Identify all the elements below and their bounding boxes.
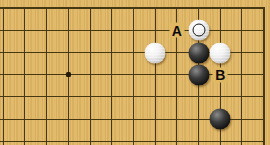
grid-line-v: [263, 19, 265, 41]
grid-line-v: [241, 42, 242, 64]
intersection-O18[interactable]: [144, 19, 166, 41]
grid-line-v: [3, 130, 4, 145]
intersection-Q17[interactable]: [188, 42, 210, 64]
star-point-K16: [66, 72, 71, 77]
grid-line-v: [198, 7, 199, 19]
grid-line-v: [133, 86, 134, 108]
intersection-P14[interactable]: [166, 108, 188, 130]
intersection-M14[interactable]: [101, 108, 123, 130]
grid-line-v: [46, 86, 47, 108]
grid-line-v: [46, 64, 47, 86]
intersection-T17[interactable]: [253, 42, 270, 64]
grid-line-v: [24, 64, 25, 86]
intersection-Q18[interactable]: [188, 19, 210, 41]
black-stone-R14: [210, 109, 231, 130]
grid-line-v: [24, 108, 25, 130]
grid-line-v: [46, 130, 47, 145]
grid-line-v: [220, 130, 221, 145]
intersection-L14[interactable]: [79, 108, 101, 130]
grid-line-v: [111, 42, 112, 64]
grid-line-v: [90, 108, 91, 130]
grid-line-v: [220, 19, 221, 41]
intersection-N15[interactable]: [123, 86, 145, 108]
intersection-H13[interactable]: [14, 130, 36, 145]
intersection-Q13[interactable]: [188, 130, 210, 145]
grid-line-v: [111, 19, 112, 41]
grid-line-v: [68, 7, 69, 19]
intersection-L19[interactable]: [79, 0, 101, 19]
grid-line-v: [90, 130, 91, 145]
intersection-K15[interactable]: [58, 86, 80, 108]
grid-line-v: [263, 130, 265, 145]
intersection-O16[interactable]: [144, 64, 166, 86]
intersection-M18[interactable]: [101, 19, 123, 41]
intersection-G15[interactable]: [0, 86, 14, 108]
grid-line-v: [263, 42, 265, 64]
grid-line-v: [263, 86, 265, 108]
grid-line-v: [176, 86, 177, 108]
grid-line-v: [46, 108, 47, 130]
grid-line-v: [155, 108, 156, 130]
intersection-M15[interactable]: [101, 86, 123, 108]
grid-line-v: [155, 19, 156, 41]
intersection-Q14[interactable]: [188, 108, 210, 130]
intersection-S15[interactable]: [231, 86, 253, 108]
intersection-R15[interactable]: [209, 86, 231, 108]
point-label-A: A: [169, 23, 184, 38]
black-stone-Q17: [188, 42, 209, 63]
grid-line-v: [68, 130, 69, 145]
intersection-S14[interactable]: [231, 108, 253, 130]
go-board: AB: [0, 0, 270, 145]
intersection-L13[interactable]: [79, 130, 101, 145]
intersection-M17[interactable]: [101, 42, 123, 64]
grid-line-v: [3, 42, 4, 64]
circle-marker-icon: [192, 24, 205, 37]
intersection-O15[interactable]: [144, 86, 166, 108]
intersection-G13[interactable]: [0, 130, 14, 145]
grid-line-v: [111, 130, 112, 145]
intersection-G19[interactable]: [0, 0, 14, 19]
intersection-R13[interactable]: [209, 130, 231, 145]
intersection-K19[interactable]: [58, 0, 80, 19]
intersection-P17[interactable]: [166, 42, 188, 64]
grid-line-v: [46, 42, 47, 64]
grid-line-v: [133, 42, 134, 64]
intersection-L15[interactable]: [79, 86, 101, 108]
grid-line-v: [241, 108, 242, 130]
grid-line-v: [24, 86, 25, 108]
intersection-N14[interactable]: [123, 108, 145, 130]
intersection-O17[interactable]: [144, 42, 166, 64]
intersection-K16[interactable]: [58, 64, 80, 86]
white-stone-Q18: [188, 20, 209, 41]
grid-line-v: [111, 64, 112, 86]
grid-line-v: [133, 64, 134, 86]
intersection-J13[interactable]: [36, 130, 58, 145]
intersection-N17[interactable]: [123, 42, 145, 64]
intersection-J19[interactable]: [36, 0, 58, 19]
grid-line-v: [3, 64, 4, 86]
grid-line-v: [3, 108, 4, 130]
intersection-T18[interactable]: [253, 19, 270, 41]
grid-line-v: [198, 86, 199, 108]
intersection-J18[interactable]: [36, 19, 58, 41]
intersection-S18[interactable]: [231, 19, 253, 41]
grid-line-v: [155, 7, 156, 19]
intersection-R18[interactable]: [209, 19, 231, 41]
grid-line-v: [241, 86, 242, 108]
grid-line-v: [111, 86, 112, 108]
intersection-T14[interactable]: [253, 108, 270, 130]
intersection-R19[interactable]: [209, 0, 231, 19]
grid-line-v: [46, 7, 47, 19]
grid-line-v: [68, 108, 69, 130]
grid-line-v: [68, 42, 69, 64]
intersection-R14[interactable]: [209, 108, 231, 130]
grid-line-v: [176, 7, 177, 19]
grid-line-v: [90, 19, 91, 41]
intersection-H18[interactable]: [14, 19, 36, 41]
grid-line-v: [90, 7, 91, 19]
grid-line-v: [241, 7, 242, 19]
grid-line-v: [220, 7, 221, 19]
intersection-H14[interactable]: [14, 108, 36, 130]
intersection-H19[interactable]: [14, 0, 36, 19]
intersection-Q16[interactable]: [188, 64, 210, 86]
intersection-S19[interactable]: [231, 0, 253, 19]
intersection-T13[interactable]: [253, 130, 270, 145]
intersection-T15[interactable]: [253, 86, 270, 108]
white-stone-R17: [210, 42, 231, 63]
intersection-N13[interactable]: [123, 130, 145, 145]
intersection-J14[interactable]: [36, 108, 58, 130]
intersection-R16[interactable]: B: [209, 64, 231, 86]
grid-line-v: [90, 42, 91, 64]
intersection-Q15[interactable]: [188, 86, 210, 108]
intersection-N16[interactable]: [123, 64, 145, 86]
intersection-G18[interactable]: [0, 19, 14, 41]
grid-line-v: [111, 108, 112, 130]
intersection-K17[interactable]: [58, 42, 80, 64]
grid-line-v: [220, 86, 221, 108]
grid-line-v: [133, 19, 134, 41]
grid-line-v: [155, 64, 156, 86]
intersection-P16[interactable]: [166, 64, 188, 86]
intersection-O14[interactable]: [144, 108, 166, 130]
grid-line-v: [46, 19, 47, 41]
grid-line-v: [90, 86, 91, 108]
grid-line-v: [155, 130, 156, 145]
white-stone-O17: [145, 42, 166, 63]
intersection-T19[interactable]: [253, 0, 270, 19]
intersection-P19[interactable]: [166, 0, 188, 19]
go-board-grid: AB: [0, 0, 270, 145]
grid-line-v: [111, 7, 112, 19]
grid-line-v: [176, 42, 177, 64]
intersection-S16[interactable]: [231, 64, 253, 86]
grid-line-v: [68, 86, 69, 108]
intersection-O19[interactable]: [144, 0, 166, 19]
grid-line-v: [68, 19, 69, 41]
intersection-L18[interactable]: [79, 19, 101, 41]
grid-line-v: [198, 108, 199, 130]
grid-line-v: [90, 64, 91, 86]
intersection-H16[interactable]: [14, 64, 36, 86]
intersection-T16[interactable]: [253, 64, 270, 86]
grid-line-v: [3, 19, 4, 41]
intersection-J17[interactable]: [36, 42, 58, 64]
grid-line-v: [133, 7, 134, 19]
intersection-L16[interactable]: [79, 64, 101, 86]
intersection-O13[interactable]: [144, 130, 166, 145]
grid-line-v: [133, 130, 134, 145]
grid-line-v: [263, 7, 265, 19]
black-stone-Q16: [188, 64, 209, 85]
grid-line-v: [155, 86, 156, 108]
intersection-G16[interactable]: [0, 64, 14, 86]
intersection-P15[interactable]: [166, 86, 188, 108]
intersection-H17[interactable]: [14, 42, 36, 64]
point-label-B: B: [213, 67, 228, 82]
intersection-N18[interactable]: [123, 19, 145, 41]
intersection-M13[interactable]: [101, 130, 123, 145]
grid-line-v: [241, 130, 242, 145]
intersection-K13[interactable]: [58, 130, 80, 145]
intersection-P18[interactable]: A: [166, 19, 188, 41]
intersection-S17[interactable]: [231, 42, 253, 64]
intersection-N19[interactable]: [123, 0, 145, 19]
intersection-J15[interactable]: [36, 86, 58, 108]
intersection-J16[interactable]: [36, 64, 58, 86]
intersection-K18[interactable]: [58, 19, 80, 41]
grid-line-v: [24, 130, 25, 145]
intersection-K14[interactable]: [58, 108, 80, 130]
grid-line-v: [263, 108, 265, 130]
grid-line-v: [263, 64, 265, 86]
grid-line-v: [3, 86, 4, 108]
intersection-G14[interactable]: [0, 108, 14, 130]
grid-line-v: [176, 130, 177, 145]
grid-line-v: [176, 108, 177, 130]
grid-line-v: [24, 42, 25, 64]
grid-line-v: [24, 19, 25, 41]
grid-line-v: [176, 64, 177, 86]
intersection-M19[interactable]: [101, 0, 123, 19]
intersection-G17[interactable]: [0, 42, 14, 64]
grid-line-v: [198, 130, 199, 145]
intersection-R17[interactable]: [209, 42, 231, 64]
intersection-Q19[interactable]: [188, 0, 210, 19]
intersection-H15[interactable]: [14, 86, 36, 108]
grid-line-v: [241, 19, 242, 41]
grid-line-v: [3, 7, 4, 19]
intersection-S13[interactable]: [231, 130, 253, 145]
intersection-L17[interactable]: [79, 42, 101, 64]
screenshot: AB: [0, 0, 270, 145]
intersection-P13[interactable]: [166, 130, 188, 145]
grid-line-v: [241, 64, 242, 86]
grid-line-v: [133, 108, 134, 130]
intersection-M16[interactable]: [101, 64, 123, 86]
grid-line-v: [24, 7, 25, 19]
